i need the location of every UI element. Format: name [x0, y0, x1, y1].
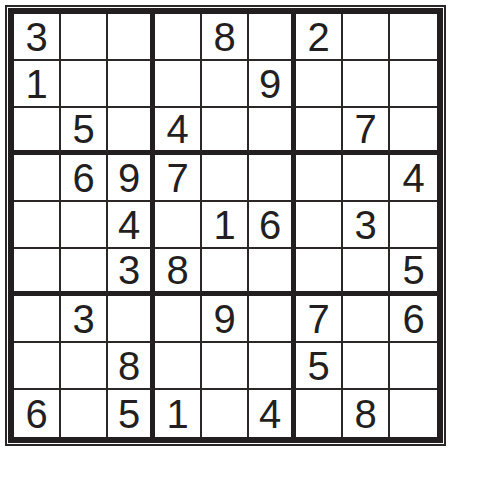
cell-r8c8[interactable] [343, 343, 390, 390]
sudoku-board: 382195476974416338539768565148 [8, 8, 443, 443]
cell-r8c9[interactable] [390, 343, 437, 390]
cell-r6c5[interactable] [202, 249, 249, 296]
cell-r7c3[interactable] [108, 296, 155, 343]
cell-r6c8[interactable] [343, 249, 390, 296]
cell-r4c1[interactable] [14, 155, 61, 202]
cell-r6c6[interactable] [249, 249, 296, 296]
cell-r7c4[interactable] [155, 296, 202, 343]
cell-r1c1[interactable]: 3 [14, 14, 61, 61]
cell-r1c8[interactable] [343, 14, 390, 61]
cell-r6c3[interactable]: 3 [108, 249, 155, 296]
cell-r7c2[interactable]: 3 [61, 296, 108, 343]
cell-r9c9[interactable] [390, 390, 437, 437]
cell-r6c9[interactable]: 5 [390, 249, 437, 296]
cell-r1c2[interactable] [61, 14, 108, 61]
cell-r8c4[interactable] [155, 343, 202, 390]
cell-r2c4[interactable] [155, 61, 202, 108]
cell-r6c4[interactable]: 8 [155, 249, 202, 296]
cell-r4c2[interactable]: 6 [61, 155, 108, 202]
cell-r9c5[interactable] [202, 390, 249, 437]
cell-r7c6[interactable] [249, 296, 296, 343]
cell-r5c5[interactable]: 1 [202, 202, 249, 249]
cell-r5c1[interactable] [14, 202, 61, 249]
cell-r2c1[interactable]: 1 [14, 61, 61, 108]
cell-r3c2[interactable]: 5 [61, 108, 108, 155]
cell-r7c7[interactable]: 7 [296, 296, 343, 343]
cell-r2c3[interactable] [108, 61, 155, 108]
cell-r2c2[interactable] [61, 61, 108, 108]
cell-r9c4[interactable]: 1 [155, 390, 202, 437]
cell-r1c5[interactable]: 8 [202, 14, 249, 61]
cell-r4c9[interactable]: 4 [390, 155, 437, 202]
cell-r7c1[interactable] [14, 296, 61, 343]
cell-r2c8[interactable] [343, 61, 390, 108]
cell-r5c6[interactable]: 6 [249, 202, 296, 249]
cell-r2c7[interactable] [296, 61, 343, 108]
cell-r1c9[interactable] [390, 14, 437, 61]
cell-r9c8[interactable]: 8 [343, 390, 390, 437]
cell-r9c2[interactable] [61, 390, 108, 437]
cell-r4c6[interactable] [249, 155, 296, 202]
cell-r7c5[interactable]: 9 [202, 296, 249, 343]
cell-r4c8[interactable] [343, 155, 390, 202]
cell-r8c3[interactable]: 8 [108, 343, 155, 390]
cell-r3c3[interactable] [108, 108, 155, 155]
cell-r1c4[interactable] [155, 14, 202, 61]
cell-r3c1[interactable] [14, 108, 61, 155]
cell-r8c7[interactable]: 5 [296, 343, 343, 390]
cell-r9c7[interactable] [296, 390, 343, 437]
cell-r8c1[interactable] [14, 343, 61, 390]
cell-r2c9[interactable] [390, 61, 437, 108]
cell-r2c6[interactable]: 9 [249, 61, 296, 108]
cell-r7c8[interactable] [343, 296, 390, 343]
cell-r8c6[interactable] [249, 343, 296, 390]
cell-r6c1[interactable] [14, 249, 61, 296]
cell-r5c2[interactable] [61, 202, 108, 249]
cell-r7c9[interactable]: 6 [390, 296, 437, 343]
cell-r5c9[interactable] [390, 202, 437, 249]
cell-r4c3[interactable]: 9 [108, 155, 155, 202]
cell-r3c8[interactable]: 7 [343, 108, 390, 155]
cell-r4c7[interactable] [296, 155, 343, 202]
cell-r3c5[interactable] [202, 108, 249, 155]
page: 382195476974416338539768565148 [0, 0, 481, 480]
cell-r4c5[interactable] [202, 155, 249, 202]
sudoku-board-frame: 382195476974416338539768565148 [5, 5, 446, 446]
cell-r1c6[interactable] [249, 14, 296, 61]
cell-r8c2[interactable] [61, 343, 108, 390]
cell-r3c7[interactable] [296, 108, 343, 155]
cell-r5c7[interactable] [296, 202, 343, 249]
cell-r6c2[interactable] [61, 249, 108, 296]
cell-r9c3[interactable]: 5 [108, 390, 155, 437]
cell-r1c7[interactable]: 2 [296, 14, 343, 61]
cell-r2c5[interactable] [202, 61, 249, 108]
cell-r3c9[interactable] [390, 108, 437, 155]
cell-r1c3[interactable] [108, 14, 155, 61]
cell-r9c1[interactable]: 6 [14, 390, 61, 437]
cell-r5c3[interactable]: 4 [108, 202, 155, 249]
cell-r5c4[interactable] [155, 202, 202, 249]
cell-r6c7[interactable] [296, 249, 343, 296]
cell-r5c8[interactable]: 3 [343, 202, 390, 249]
cell-r9c6[interactable]: 4 [249, 390, 296, 437]
cell-r3c4[interactable]: 4 [155, 108, 202, 155]
cell-r8c5[interactable] [202, 343, 249, 390]
cell-r3c6[interactable] [249, 108, 296, 155]
cell-r4c4[interactable]: 7 [155, 155, 202, 202]
